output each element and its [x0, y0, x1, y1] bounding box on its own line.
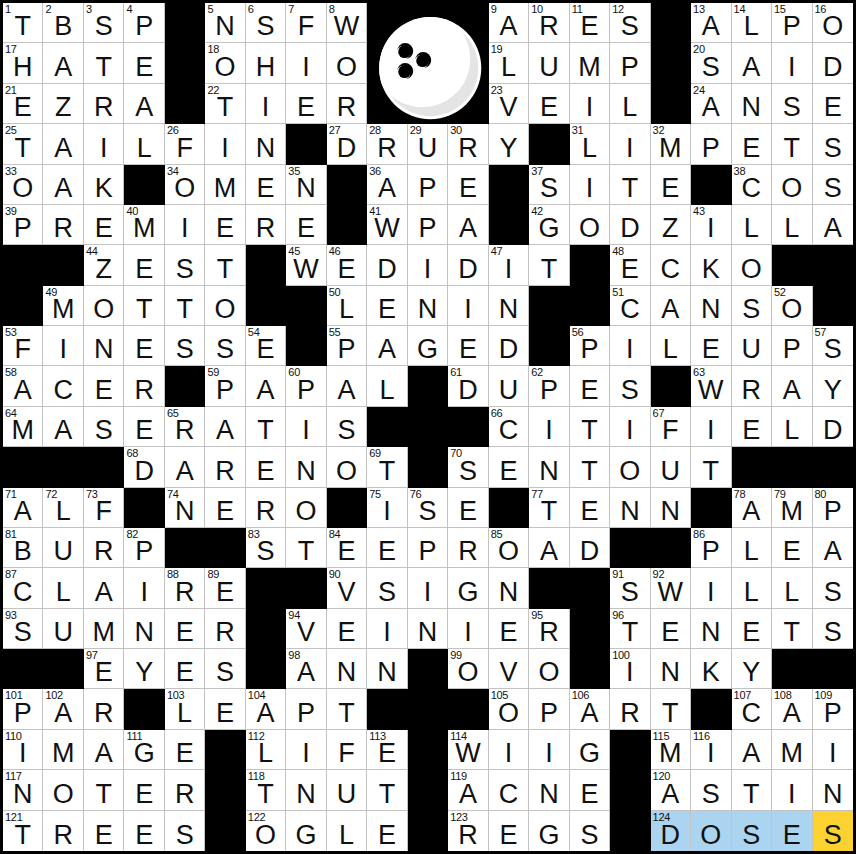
- letter-cell[interactable]: N: [286, 447, 326, 487]
- letter-cell[interactable]: V: [489, 649, 529, 689]
- letter-cell[interactable]: E: [165, 649, 205, 689]
- letter-cell[interactable]: T: [772, 124, 812, 164]
- letter-cell[interactable]: I: [408, 245, 448, 285]
- letter-cell[interactable]: E: [651, 165, 691, 205]
- letter-cell[interactable]: T: [570, 407, 610, 447]
- letter-cell[interactable]: 79M: [772, 488, 812, 528]
- letter-cell[interactable]: 21E: [3, 84, 43, 124]
- letter-cell[interactable]: 115M: [651, 730, 691, 770]
- letter-cell[interactable]: 88R: [165, 568, 205, 608]
- letter-cell[interactable]: 40M: [124, 205, 164, 245]
- letter-cell[interactable]: E: [124, 326, 164, 366]
- letter-cell[interactable]: P: [408, 205, 448, 245]
- letter-cell[interactable]: R: [43, 811, 83, 851]
- letter-cell[interactable]: G: [448, 568, 488, 608]
- letter-cell[interactable]: 72L: [43, 488, 83, 528]
- letter-cell[interactable]: I: [165, 205, 205, 245]
- letter-cell[interactable]: T: [124, 286, 164, 326]
- letter-cell[interactable]: I: [448, 609, 488, 649]
- letter-cell[interactable]: K: [691, 245, 731, 285]
- letter-cell[interactable]: 36A: [367, 165, 407, 205]
- letter-cell[interactable]: T: [691, 447, 731, 487]
- letter-cell[interactable]: F: [327, 730, 367, 770]
- letter-cell[interactable]: 28R: [367, 124, 407, 164]
- letter-cell[interactable]: 110I: [3, 730, 43, 770]
- letter-cell[interactable]: U: [43, 609, 83, 649]
- letter-cell[interactable]: S: [205, 649, 245, 689]
- letter-cell[interactable]: E: [732, 124, 772, 164]
- letter-cell[interactable]: R: [448, 528, 488, 568]
- letter-cell[interactable]: 71A: [3, 488, 43, 528]
- letter-cell[interactable]: 107C: [732, 689, 772, 729]
- letter-cell[interactable]: R: [84, 84, 124, 124]
- letter-cell[interactable]: C: [489, 770, 529, 810]
- letter-cell[interactable]: 58A: [3, 366, 43, 406]
- letter-cell[interactable]: T: [529, 245, 569, 285]
- letter-cell[interactable]: Z: [651, 205, 691, 245]
- letter-cell[interactable]: I: [570, 84, 610, 124]
- letter-cell[interactable]: 120A: [651, 770, 691, 810]
- letter-cell[interactable]: P: [610, 43, 650, 83]
- letter-cell[interactable]: 124D: [651, 811, 691, 851]
- letter-cell[interactable]: A: [732, 43, 772, 83]
- letter-cell[interactable]: A: [124, 84, 164, 124]
- letter-cell[interactable]: T: [165, 286, 205, 326]
- letter-cell[interactable]: L: [772, 568, 812, 608]
- letter-cell[interactable]: C: [651, 245, 691, 285]
- letter-cell[interactable]: E: [165, 609, 205, 649]
- letter-cell[interactable]: E: [367, 286, 407, 326]
- letter-cell[interactable]: G: [286, 811, 326, 851]
- letter-cell[interactable]: I: [529, 730, 569, 770]
- letter-cell[interactable]: N: [529, 770, 569, 810]
- letter-cell[interactable]: S: [772, 84, 812, 124]
- letter-cell[interactable]: 56P: [570, 326, 610, 366]
- letter-cell[interactable]: 1T: [3, 3, 43, 43]
- letter-cell[interactable]: 33O: [3, 165, 43, 205]
- letter-cell[interactable]: N: [124, 609, 164, 649]
- letter-cell[interactable]: L: [732, 528, 772, 568]
- letter-cell[interactable]: N: [327, 649, 367, 689]
- letter-cell[interactable]: D: [610, 205, 650, 245]
- letter-cell[interactable]: I: [610, 124, 650, 164]
- letter-cell[interactable]: K: [84, 165, 124, 205]
- letter-cell[interactable]: 51C: [610, 286, 650, 326]
- letter-cell[interactable]: E: [286, 205, 326, 245]
- letter-cell[interactable]: R: [84, 528, 124, 568]
- letter-cell[interactable]: I: [691, 407, 731, 447]
- letter-cell[interactable]: 114W: [448, 730, 488, 770]
- letter-cell[interactable]: S: [813, 568, 853, 608]
- letter-cell[interactable]: E: [448, 165, 488, 205]
- letter-cell[interactable]: T: [84, 43, 124, 83]
- letter-cell[interactable]: N: [651, 649, 691, 689]
- letter-cell[interactable]: 106A: [570, 689, 610, 729]
- letter-cell[interactable]: T: [732, 770, 772, 810]
- letter-cell[interactable]: Y: [813, 366, 853, 406]
- letter-cell[interactable]: R: [124, 366, 164, 406]
- letter-cell[interactable]: O: [610, 447, 650, 487]
- letter-cell[interactable]: L: [772, 407, 812, 447]
- letter-cell[interactable]: 103L: [165, 689, 205, 729]
- letter-cell[interactable]: C: [43, 366, 83, 406]
- letter-cell[interactable]: 70S: [448, 447, 488, 487]
- letter-cell[interactable]: E: [246, 165, 286, 205]
- letter-cell[interactable]: R: [205, 609, 245, 649]
- letter-cell[interactable]: D: [570, 528, 610, 568]
- letter-cell[interactable]: S: [165, 245, 205, 285]
- letter-cell[interactable]: E: [813, 84, 853, 124]
- letter-cell[interactable]: I: [610, 407, 650, 447]
- letter-cell[interactable]: I: [610, 326, 650, 366]
- letter-cell[interactable]: 18O: [205, 43, 245, 83]
- letter-cell[interactable]: 44Z: [84, 245, 124, 285]
- letter-cell[interactable]: 100I: [610, 649, 650, 689]
- letter-cell[interactable]: 118T: [246, 770, 286, 810]
- letter-cell[interactable]: N: [286, 770, 326, 810]
- letter-cell[interactable]: 68D: [124, 447, 164, 487]
- letter-cell[interactable]: S: [367, 568, 407, 608]
- letter-cell[interactable]: R: [43, 205, 83, 245]
- letter-cell[interactable]: Y: [732, 649, 772, 689]
- letter-cell[interactable]: E: [489, 609, 529, 649]
- letter-cell[interactable]: 3S: [84, 3, 124, 43]
- letter-cell[interactable]: 90V: [327, 568, 367, 608]
- letter-cell[interactable]: I: [813, 730, 853, 770]
- letter-cell[interactable]: S: [813, 811, 853, 851]
- letter-cell[interactable]: O: [529, 649, 569, 689]
- letter-cell[interactable]: E: [84, 366, 124, 406]
- letter-cell[interactable]: 117N: [3, 770, 43, 810]
- letter-cell[interactable]: I: [286, 407, 326, 447]
- letter-cell[interactable]: E: [529, 84, 569, 124]
- letter-cell[interactable]: I: [691, 568, 731, 608]
- letter-cell[interactable]: S: [205, 326, 245, 366]
- letter-cell[interactable]: A: [732, 730, 772, 770]
- letter-cell[interactable]: 121T: [3, 811, 43, 851]
- letter-cell[interactable]: O: [286, 488, 326, 528]
- letter-cell[interactable]: A: [246, 366, 286, 406]
- letter-cell[interactable]: 31L: [570, 124, 610, 164]
- letter-cell[interactable]: E: [124, 811, 164, 851]
- letter-cell[interactable]: 111G: [124, 730, 164, 770]
- letter-cell[interactable]: N: [408, 609, 448, 649]
- letter-cell[interactable]: H: [246, 43, 286, 83]
- letter-cell[interactable]: P: [408, 528, 448, 568]
- letter-cell[interactable]: S: [610, 366, 650, 406]
- letter-cell[interactable]: L: [124, 124, 164, 164]
- letter-cell[interactable]: L: [43, 568, 83, 608]
- letter-cell[interactable]: O: [732, 245, 772, 285]
- letter-cell[interactable]: G: [570, 730, 610, 770]
- letter-cell[interactable]: 94V: [286, 609, 326, 649]
- letter-cell[interactable]: E: [124, 43, 164, 83]
- letter-cell[interactable]: E: [448, 326, 488, 366]
- letter-cell[interactable]: L: [610, 84, 650, 124]
- letter-cell[interactable]: 97E: [84, 649, 124, 689]
- letter-cell[interactable]: E: [489, 447, 529, 487]
- letter-cell[interactable]: L: [772, 205, 812, 245]
- letter-cell[interactable]: N: [84, 326, 124, 366]
- letter-cell[interactable]: P: [529, 689, 569, 729]
- letter-cell[interactable]: D: [813, 407, 853, 447]
- letter-cell[interactable]: S: [165, 811, 205, 851]
- letter-cell[interactable]: I: [529, 407, 569, 447]
- letter-cell[interactable]: P: [408, 165, 448, 205]
- letter-cell[interactable]: 109P: [813, 689, 853, 729]
- letter-cell[interactable]: N: [691, 609, 731, 649]
- letter-cell[interactable]: E: [124, 770, 164, 810]
- letter-cell[interactable]: I: [286, 43, 326, 83]
- letter-cell[interactable]: 74N: [165, 488, 205, 528]
- letter-cell[interactable]: N: [408, 286, 448, 326]
- letter-cell[interactable]: S: [732, 286, 772, 326]
- letter-cell[interactable]: A: [448, 205, 488, 245]
- letter-cell[interactable]: E: [651, 609, 691, 649]
- letter-cell[interactable]: L: [732, 205, 772, 245]
- letter-cell[interactable]: S: [813, 165, 853, 205]
- letter-cell[interactable]: 52O: [772, 286, 812, 326]
- letter-cell[interactable]: A: [367, 326, 407, 366]
- letter-cell[interactable]: A: [327, 366, 367, 406]
- letter-cell[interactable]: E: [489, 811, 529, 851]
- letter-cell[interactable]: U: [327, 770, 367, 810]
- letter-cell[interactable]: 102A: [43, 689, 83, 729]
- letter-cell[interactable]: 116I: [691, 730, 731, 770]
- letter-cell[interactable]: A: [813, 528, 853, 568]
- letter-cell[interactable]: 45W: [286, 245, 326, 285]
- letter-cell[interactable]: A: [813, 205, 853, 245]
- letter-cell[interactable]: 43I: [691, 205, 731, 245]
- letter-cell[interactable]: 123R: [448, 811, 488, 851]
- letter-cell[interactable]: N: [813, 770, 853, 810]
- letter-cell[interactable]: 119A: [448, 770, 488, 810]
- letter-cell[interactable]: 86P: [691, 528, 731, 568]
- letter-cell[interactable]: I: [489, 730, 529, 770]
- letter-cell[interactable]: E: [691, 326, 731, 366]
- letter-cell[interactable]: I: [246, 84, 286, 124]
- letter-cell[interactable]: 5N: [205, 3, 245, 43]
- letter-cell[interactable]: A: [43, 407, 83, 447]
- letter-cell[interactable]: 99O: [448, 649, 488, 689]
- letter-cell[interactable]: I: [367, 609, 407, 649]
- letter-cell[interactable]: 65R: [165, 407, 205, 447]
- letter-cell[interactable]: E: [570, 488, 610, 528]
- letter-cell[interactable]: 63W: [691, 366, 731, 406]
- letter-cell[interactable]: 67F: [651, 407, 691, 447]
- letter-cell[interactable]: 80P: [813, 488, 853, 528]
- letter-cell[interactable]: 95R: [529, 609, 569, 649]
- letter-cell[interactable]: S: [691, 770, 731, 810]
- letter-cell[interactable]: I: [286, 730, 326, 770]
- letter-cell[interactable]: E: [246, 447, 286, 487]
- letter-cell[interactable]: 37S: [529, 165, 569, 205]
- letter-cell[interactable]: 50L: [327, 286, 367, 326]
- letter-cell[interactable]: 78A: [732, 488, 772, 528]
- letter-cell[interactable]: 57S: [813, 326, 853, 366]
- letter-cell[interactable]: 15P: [772, 3, 812, 43]
- letter-cell[interactable]: N: [610, 488, 650, 528]
- letter-cell[interactable]: 83S: [246, 528, 286, 568]
- letter-cell[interactable]: 30R: [448, 124, 488, 164]
- letter-cell[interactable]: N: [367, 649, 407, 689]
- letter-cell[interactable]: L: [327, 811, 367, 851]
- letter-cell[interactable]: A: [84, 730, 124, 770]
- letter-cell[interactable]: A: [165, 447, 205, 487]
- letter-cell[interactable]: T: [570, 447, 610, 487]
- letter-cell[interactable]: 54E: [246, 326, 286, 366]
- letter-cell[interactable]: I: [448, 286, 488, 326]
- letter-cell[interactable]: U: [732, 326, 772, 366]
- letter-cell[interactable]: U: [489, 366, 529, 406]
- letter-cell[interactable]: L: [732, 568, 772, 608]
- letter-cell[interactable]: 20S: [691, 43, 731, 83]
- letter-cell[interactable]: S: [732, 811, 772, 851]
- letter-cell[interactable]: U: [529, 43, 569, 83]
- letter-cell[interactable]: 96T: [610, 609, 650, 649]
- letter-cell[interactable]: 69T: [367, 447, 407, 487]
- letter-cell[interactable]: T: [327, 689, 367, 729]
- letter-cell[interactable]: S: [813, 124, 853, 164]
- letter-cell[interactable]: D: [367, 245, 407, 285]
- letter-cell[interactable]: O: [327, 447, 367, 487]
- letter-cell[interactable]: 9A: [489, 3, 529, 43]
- letter-cell[interactable]: E: [327, 609, 367, 649]
- letter-cell[interactable]: E: [124, 245, 164, 285]
- letter-cell[interactable]: T: [772, 609, 812, 649]
- letter-cell[interactable]: E: [286, 84, 326, 124]
- letter-cell[interactable]: I: [408, 568, 448, 608]
- letter-cell[interactable]: I: [124, 568, 164, 608]
- letter-cell[interactable]: 39P: [3, 205, 43, 245]
- letter-cell[interactable]: A: [651, 286, 691, 326]
- letter-cell[interactable]: I: [43, 326, 83, 366]
- letter-cell[interactable]: E: [84, 205, 124, 245]
- letter-cell[interactable]: 27D: [327, 124, 367, 164]
- letter-cell[interactable]: 23V: [489, 84, 529, 124]
- letter-cell[interactable]: 75I: [367, 488, 407, 528]
- letter-cell[interactable]: E: [205, 689, 245, 729]
- letter-cell[interactable]: D: [489, 326, 529, 366]
- letter-cell[interactable]: E: [772, 528, 812, 568]
- letter-cell[interactable]: 29U: [408, 124, 448, 164]
- letter-cell[interactable]: U: [651, 447, 691, 487]
- letter-cell[interactable]: A: [205, 407, 245, 447]
- letter-cell[interactable]: 34O: [165, 165, 205, 205]
- letter-cell[interactable]: 60P: [286, 366, 326, 406]
- letter-cell[interactable]: G: [408, 326, 448, 366]
- letter-cell[interactable]: 61D: [448, 366, 488, 406]
- letter-cell[interactable]: S: [327, 407, 367, 447]
- letter-cell[interactable]: 108A: [772, 689, 812, 729]
- letter-cell[interactable]: T: [367, 770, 407, 810]
- letter-cell[interactable]: E: [367, 811, 407, 851]
- letter-cell[interactable]: E: [570, 770, 610, 810]
- letter-cell[interactable]: 49M: [43, 286, 83, 326]
- letter-cell[interactable]: E: [367, 528, 407, 568]
- letter-cell[interactable]: D: [448, 245, 488, 285]
- letter-cell[interactable]: 62P: [529, 366, 569, 406]
- letter-cell[interactable]: 81B: [3, 528, 43, 568]
- letter-cell[interactable]: S: [84, 407, 124, 447]
- letter-cell[interactable]: 73F: [84, 488, 124, 528]
- letter-cell[interactable]: R: [246, 488, 286, 528]
- letter-cell[interactable]: O: [43, 770, 83, 810]
- letter-cell[interactable]: 59P: [205, 366, 245, 406]
- letter-cell[interactable]: I: [772, 43, 812, 83]
- letter-cell[interactable]: I: [570, 165, 610, 205]
- letter-cell[interactable]: E: [732, 609, 772, 649]
- letter-cell[interactable]: 89E: [205, 568, 245, 608]
- letter-cell[interactable]: I: [772, 770, 812, 810]
- letter-cell[interactable]: M: [205, 165, 245, 205]
- letter-cell[interactable]: O: [84, 286, 124, 326]
- letter-cell[interactable]: 53F: [3, 326, 43, 366]
- letter-cell[interactable]: 38C: [732, 165, 772, 205]
- letter-cell[interactable]: U: [43, 528, 83, 568]
- letter-cell[interactable]: Z: [43, 84, 83, 124]
- letter-cell[interactable]: E: [570, 366, 610, 406]
- letter-cell[interactable]: 22T: [205, 84, 245, 124]
- letter-cell[interactable]: D: [813, 43, 853, 83]
- letter-cell[interactable]: 8W: [327, 3, 367, 43]
- letter-cell[interactable]: E: [124, 407, 164, 447]
- letter-cell[interactable]: 66C: [489, 407, 529, 447]
- letter-cell[interactable]: O: [327, 43, 367, 83]
- letter-cell[interactable]: L: [651, 326, 691, 366]
- letter-cell[interactable]: 101P: [3, 689, 43, 729]
- letter-cell[interactable]: T: [651, 689, 691, 729]
- letter-cell[interactable]: R: [84, 689, 124, 729]
- letter-cell[interactable]: 12S: [610, 3, 650, 43]
- letter-cell[interactable]: 41W: [367, 205, 407, 245]
- letter-cell[interactable]: 93S: [3, 609, 43, 649]
- letter-cell[interactable]: 105O: [489, 689, 529, 729]
- letter-cell[interactable]: 48E: [610, 245, 650, 285]
- letter-cell[interactable]: T: [246, 407, 286, 447]
- letter-cell[interactable]: E: [165, 730, 205, 770]
- letter-cell[interactable]: L: [367, 366, 407, 406]
- letter-cell[interactable]: T: [84, 770, 124, 810]
- letter-cell[interactable]: 6S: [246, 3, 286, 43]
- letter-cell[interactable]: 10R: [529, 3, 569, 43]
- letter-cell[interactable]: A: [84, 568, 124, 608]
- letter-cell[interactable]: N: [489, 568, 529, 608]
- letter-cell[interactable]: 35N: [286, 165, 326, 205]
- letter-cell[interactable]: O: [570, 205, 610, 245]
- letter-cell[interactable]: P: [691, 124, 731, 164]
- letter-cell[interactable]: 4P: [124, 3, 164, 43]
- letter-cell[interactable]: 47I: [489, 245, 529, 285]
- letter-cell[interactable]: 91S: [610, 568, 650, 608]
- letter-cell[interactable]: 42G: [529, 205, 569, 245]
- letter-cell[interactable]: 25T: [3, 124, 43, 164]
- letter-cell[interactable]: P: [772, 326, 812, 366]
- letter-cell[interactable]: E: [732, 407, 772, 447]
- letter-cell[interactable]: N: [489, 286, 529, 326]
- letter-cell[interactable]: 64M: [3, 407, 43, 447]
- letter-cell[interactable]: 84E: [327, 528, 367, 568]
- letter-cell[interactable]: M: [772, 730, 812, 770]
- letter-cell[interactable]: N: [651, 488, 691, 528]
- letter-cell[interactable]: 85O: [489, 528, 529, 568]
- letter-cell[interactable]: I: [84, 124, 124, 164]
- letter-cell[interactable]: 13A: [691, 3, 731, 43]
- letter-cell[interactable]: 55P: [327, 326, 367, 366]
- letter-cell[interactable]: E: [772, 811, 812, 851]
- letter-cell[interactable]: E: [205, 488, 245, 528]
- letter-cell[interactable]: A: [43, 43, 83, 83]
